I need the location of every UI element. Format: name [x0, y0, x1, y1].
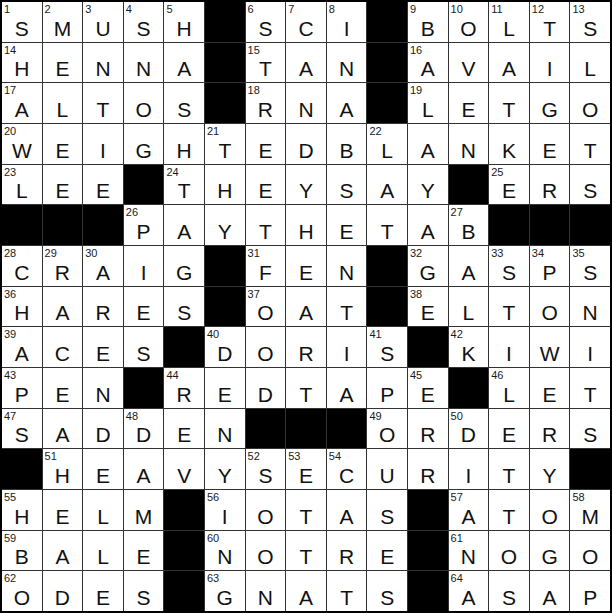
grid-cell[interactable]: E — [246, 165, 286, 205]
grid-cell[interactable]: 48D — [124, 409, 164, 449]
grid-cell[interactable]: I — [124, 246, 164, 286]
grid-cell[interactable]: 60N — [205, 531, 245, 571]
cell-letter: E — [43, 506, 83, 527]
cell-letter: O — [246, 343, 286, 364]
grid-cell[interactable]: S — [367, 571, 407, 611]
grid-cell[interactable]: 11L — [489, 2, 529, 42]
grid-cell[interactable]: I — [83, 124, 123, 164]
grid-cell[interactable]: I — [327, 327, 367, 367]
grid-cell[interactable]: S — [124, 571, 164, 611]
cell-letter: A — [2, 343, 42, 364]
clue-number: 35 — [572, 247, 584, 259]
cell-letter: H — [164, 18, 204, 39]
cell-letter: S — [2, 424, 42, 445]
grid-cell[interactable]: 2M — [43, 2, 83, 42]
grid-cell[interactable]: 9B — [408, 2, 448, 42]
grid-cell[interactable]: 29R — [43, 246, 83, 286]
clue-number: 57 — [451, 491, 463, 503]
black-cell — [530, 205, 570, 245]
grid-cell[interactable]: R — [327, 531, 367, 571]
grid-cell[interactable]: A — [367, 165, 407, 205]
grid-cell[interactable]: T — [246, 205, 286, 245]
cell-letter: T — [286, 384, 326, 405]
grid-cell[interactable]: A — [286, 287, 326, 327]
cell-letter: A — [164, 58, 204, 79]
grid-cell[interactable]: N — [570, 287, 610, 327]
grid-cell[interactable]: A — [124, 449, 164, 489]
cell-letter: O — [246, 506, 286, 527]
grid-cell[interactable]: 51H — [43, 449, 83, 489]
black-cell — [408, 571, 448, 611]
cell-letter: A — [449, 506, 489, 527]
grid-cell[interactable]: E — [530, 124, 570, 164]
grid-cell[interactable]: E — [43, 124, 83, 164]
grid-cell[interactable]: A — [286, 571, 326, 611]
grid-cell[interactable]: 26P — [124, 205, 164, 245]
grid-cell[interactable]: S — [570, 165, 610, 205]
cell-letter: H — [2, 506, 42, 527]
grid-cell[interactable]: T — [570, 368, 610, 408]
grid-cell[interactable]: T — [327, 571, 367, 611]
cell-letter: S — [367, 506, 407, 527]
cell-letter: Y — [205, 221, 245, 242]
grid-cell[interactable]: 8I — [327, 2, 367, 42]
cell-letter: T — [327, 302, 367, 323]
clue-number: 13 — [572, 3, 584, 15]
cell-letter: D — [246, 384, 286, 405]
cell-letter: T — [164, 180, 204, 201]
cell-letter: E — [489, 424, 529, 445]
grid-cell[interactable]: E — [286, 246, 326, 286]
cell-letter: L — [449, 302, 489, 323]
grid-cell[interactable]: 17A — [2, 83, 42, 123]
cell-letter: R — [286, 343, 326, 364]
grid-cell[interactable]: T — [286, 531, 326, 571]
grid-cell[interactable]: 47S — [2, 409, 42, 449]
cell-letter: C — [286, 18, 326, 39]
grid-cell[interactable]: 5H — [164, 2, 204, 42]
cell-letter: T — [286, 546, 326, 567]
grid-cell[interactable]: 32G — [408, 246, 448, 286]
clue-number: 21 — [207, 125, 219, 137]
grid-cell[interactable]: O — [570, 83, 610, 123]
grid-cell[interactable]: A — [43, 287, 83, 327]
grid-cell[interactable]: L — [83, 531, 123, 571]
grid-cell[interactable]: K — [489, 124, 529, 164]
cell-letter: E — [530, 140, 570, 161]
grid-cell[interactable]: 42K — [449, 327, 489, 367]
grid-cell[interactable]: 52S — [246, 449, 286, 489]
grid-cell[interactable]: 45E — [408, 368, 448, 408]
cell-letter: D — [449, 424, 489, 445]
grid-cell[interactable]: G — [124, 124, 164, 164]
clue-number: 48 — [126, 410, 138, 422]
grid-cell[interactable]: T — [83, 83, 123, 123]
grid-cell[interactable]: 7C — [286, 2, 326, 42]
clue-number: 32 — [410, 247, 422, 259]
grid-cell[interactable]: H — [205, 165, 245, 205]
grid-cell[interactable]: V — [449, 43, 489, 83]
clue-number: 8 — [329, 3, 335, 15]
grid-cell[interactable]: R — [408, 449, 448, 489]
grid-cell[interactable]: 39A — [2, 327, 42, 367]
grid-cell[interactable]: 25E — [489, 165, 529, 205]
grid-cell[interactable]: H — [164, 124, 204, 164]
cell-letter: S — [489, 262, 529, 283]
cell-letter: T — [246, 221, 286, 242]
grid-cell[interactable]: D — [286, 124, 326, 164]
grid-cell[interactable]: A — [43, 409, 83, 449]
clue-number: 59 — [4, 532, 16, 544]
cell-letter: E — [286, 262, 326, 283]
grid-cell[interactable]: E — [124, 531, 164, 571]
cell-letter: C — [327, 465, 367, 486]
clue-number: 12 — [532, 3, 544, 15]
grid-cell[interactable]: 31F — [246, 246, 286, 286]
grid-cell[interactable]: Y — [205, 449, 245, 489]
black-cell — [2, 449, 42, 489]
grid-cell[interactable]: E — [449, 83, 489, 123]
cell-letter: S — [246, 465, 286, 486]
grid-cell[interactable]: N — [205, 409, 245, 449]
grid-cell[interactable]: N — [83, 43, 123, 83]
grid-cell[interactable]: 12T — [530, 2, 570, 42]
grid-cell[interactable]: E — [83, 571, 123, 611]
grid-cell[interactable]: T — [489, 490, 529, 530]
grid-cell[interactable]: R — [530, 409, 570, 449]
grid-cell[interactable]: 15T — [246, 43, 286, 83]
grid-cell[interactable]: S — [367, 490, 407, 530]
clue-number: 60 — [207, 532, 219, 544]
grid-cell[interactable]: E — [164, 409, 204, 449]
grid-cell[interactable]: 3U — [83, 2, 123, 42]
grid-cell[interactable]: Y — [286, 165, 326, 205]
grid-cell[interactable]: S — [570, 409, 610, 449]
grid-cell[interactable]: S — [164, 287, 204, 327]
grid-cell[interactable]: 61N — [449, 531, 489, 571]
grid-cell[interactable]: 24T — [164, 165, 204, 205]
grid-cell[interactable]: 35S — [570, 246, 610, 286]
grid-cell[interactable]: A — [530, 571, 570, 611]
grid-cell[interactable]: 59B — [2, 531, 42, 571]
cell-letter: O — [246, 302, 286, 323]
cell-letter: S — [164, 302, 204, 323]
grid-cell[interactable]: T — [489, 83, 529, 123]
grid-cell[interactable]: 18R — [246, 83, 286, 123]
grid-cell[interactable]: A — [489, 43, 529, 83]
cell-letter: N — [83, 58, 123, 79]
cell-letter: S — [367, 343, 407, 364]
grid-cell[interactable]: E — [83, 165, 123, 205]
cell-letter: L — [570, 58, 610, 79]
grid-cell[interactable]: T — [489, 449, 529, 489]
grid-cell[interactable]: T — [327, 287, 367, 327]
cell-letter: M — [43, 18, 83, 39]
grid-cell[interactable]: 1S — [2, 2, 42, 42]
cell-letter: A — [286, 58, 326, 79]
grid-cell[interactable]: S — [489, 571, 529, 611]
grid-cell[interactable]: A — [327, 490, 367, 530]
grid-cell[interactable]: D — [43, 571, 83, 611]
grid-cell[interactable]: 16A — [408, 43, 448, 83]
cell-letter: G — [164, 262, 204, 283]
grid-cell[interactable]: A — [164, 205, 204, 245]
black-cell — [367, 287, 407, 327]
grid-cell[interactable]: A — [327, 368, 367, 408]
grid-cell[interactable]: E — [124, 287, 164, 327]
black-cell — [164, 327, 204, 367]
grid-cell[interactable]: 20W — [2, 124, 42, 164]
grid-cell[interactable]: M — [124, 490, 164, 530]
cell-letter: E — [449, 99, 489, 120]
grid-cell[interactable]: 19L — [408, 83, 448, 123]
grid-cell[interactable]: O — [246, 327, 286, 367]
cell-letter: R — [43, 262, 83, 283]
grid-cell[interactable]: 23L — [2, 165, 42, 205]
grid-cell[interactable]: 58M — [570, 490, 610, 530]
clue-number: 43 — [4, 369, 16, 381]
grid-cell[interactable]: A — [164, 43, 204, 83]
black-cell — [164, 571, 204, 611]
grid-cell[interactable]: 49O — [367, 409, 407, 449]
grid-cell[interactable]: T — [570, 124, 610, 164]
grid-cell[interactable]: D — [83, 409, 123, 449]
grid-cell[interactable]: S — [124, 327, 164, 367]
grid-cell[interactable]: 46L — [489, 368, 529, 408]
cell-letter: T — [327, 587, 367, 608]
grid-cell[interactable]: 21T — [205, 124, 245, 164]
cell-letter: I — [205, 506, 245, 527]
clue-number: 55 — [4, 491, 16, 503]
cell-letter: L — [43, 99, 83, 120]
grid-cell[interactable]: 53E — [286, 449, 326, 489]
grid-cell[interactable]: I — [530, 43, 570, 83]
grid-cell[interactable]: 54C — [327, 449, 367, 489]
grid-cell[interactable]: N — [246, 571, 286, 611]
cell-letter: W — [2, 140, 42, 161]
grid-cell[interactable]: L — [83, 490, 123, 530]
cell-letter: R — [530, 424, 570, 445]
clue-number: 61 — [451, 532, 463, 544]
cell-letter: N — [327, 262, 367, 283]
black-cell — [43, 205, 83, 245]
grid-cell[interactable]: 28C — [2, 246, 42, 286]
grid-cell[interactable]: A — [408, 124, 448, 164]
cell-letter: D — [124, 424, 164, 445]
grid-cell[interactable]: 10O — [449, 2, 489, 42]
cell-letter: N — [449, 546, 489, 567]
cell-letter: A — [286, 302, 326, 323]
grid-cell[interactable]: R — [408, 409, 448, 449]
grid-cell[interactable]: G — [530, 83, 570, 123]
cell-letter: H — [2, 302, 42, 323]
grid-cell[interactable]: 6S — [246, 2, 286, 42]
grid-cell[interactable]: O — [530, 287, 570, 327]
grid-cell[interactable]: A — [408, 205, 448, 245]
grid-cell[interactable]: E — [43, 43, 83, 83]
grid-cell[interactable]: O — [489, 531, 529, 571]
grid-cell[interactable]: O — [246, 531, 286, 571]
grid-cell[interactable]: G — [164, 246, 204, 286]
grid-cell[interactable]: A — [286, 43, 326, 83]
grid-cell[interactable]: 27B — [449, 205, 489, 245]
grid-cell[interactable]: V — [164, 449, 204, 489]
grid-cell[interactable]: N — [327, 246, 367, 286]
cell-letter: W — [530, 343, 570, 364]
cell-letter: E — [43, 58, 83, 79]
grid-cell[interactable]: O — [246, 490, 286, 530]
grid-cell[interactable]: 50D — [449, 409, 489, 449]
grid-cell[interactable]: E — [327, 205, 367, 245]
cell-letter: O — [570, 546, 610, 567]
cell-letter: V — [449, 58, 489, 79]
cell-letter: T — [83, 99, 123, 120]
grid-cell[interactable]: E — [205, 368, 245, 408]
cell-letter: A — [327, 99, 367, 120]
grid-cell[interactable]: A — [43, 531, 83, 571]
cell-letter: I — [327, 18, 367, 39]
grid-cell[interactable]: I — [489, 327, 529, 367]
grid-cell[interactable]: T — [489, 287, 529, 327]
grid-cell[interactable]: S — [164, 83, 204, 123]
cell-letter: B — [327, 140, 367, 161]
grid-cell[interactable]: E — [43, 490, 83, 530]
cell-letter: A — [327, 506, 367, 527]
grid-cell[interactable]: B — [327, 124, 367, 164]
grid-cell[interactable]: 40D — [205, 327, 245, 367]
grid-cell[interactable]: E — [530, 368, 570, 408]
clue-number: 63 — [207, 572, 219, 584]
grid-cell[interactable]: 63G — [205, 571, 245, 611]
grid-cell[interactable]: N — [449, 124, 489, 164]
cell-letter: T — [489, 302, 529, 323]
grid-cell[interactable]: R — [530, 165, 570, 205]
cell-letter: S — [327, 180, 367, 201]
grid-cell[interactable]: T — [367, 205, 407, 245]
grid-cell[interactable]: O — [124, 83, 164, 123]
grid-cell[interactable]: 37O — [246, 287, 286, 327]
grid-cell[interactable]: 33S — [489, 246, 529, 286]
clue-number: 33 — [491, 247, 503, 259]
grid-cell[interactable]: E — [43, 368, 83, 408]
cell-letter: A — [164, 221, 204, 242]
clue-number: 41 — [369, 328, 381, 340]
grid-cell[interactable]: H — [286, 205, 326, 245]
grid-cell[interactable]: 30A — [83, 246, 123, 286]
grid-cell[interactable]: D — [246, 368, 286, 408]
grid-cell[interactable]: 13S — [570, 2, 610, 42]
grid-cell[interactable]: Y — [205, 205, 245, 245]
grid-cell[interactable]: P — [367, 368, 407, 408]
grid-cell[interactable]: T — [286, 368, 326, 408]
cell-letter: V — [164, 465, 204, 486]
grid-cell[interactable]: 44R — [164, 368, 204, 408]
grid-cell[interactable]: Y — [530, 449, 570, 489]
cell-letter: G — [530, 546, 570, 567]
grid-cell[interactable]: 55H — [2, 490, 42, 530]
cell-letter: T — [205, 140, 245, 161]
cell-letter: I — [83, 140, 123, 161]
cell-letter: O — [530, 506, 570, 527]
grid-cell[interactable]: 56I — [205, 490, 245, 530]
grid-cell[interactable]: I — [449, 449, 489, 489]
grid-cell[interactable]: P — [570, 571, 610, 611]
grid-cell[interactable]: N — [83, 368, 123, 408]
grid-cell[interactable]: E — [43, 165, 83, 205]
grid-cell[interactable]: 57A — [449, 490, 489, 530]
grid-cell[interactable]: 62O — [2, 571, 42, 611]
grid-cell[interactable]: C — [43, 327, 83, 367]
grid-cell[interactable]: T — [286, 490, 326, 530]
clue-number: 38 — [410, 288, 422, 300]
grid-cell[interactable]: N — [327, 43, 367, 83]
grid-cell[interactable]: N — [286, 83, 326, 123]
grid-cell[interactable]: O — [570, 531, 610, 571]
grid-cell[interactable]: E — [246, 124, 286, 164]
grid-cell[interactable]: A — [449, 246, 489, 286]
cell-letter: A — [530, 587, 570, 608]
grid-cell[interactable]: U — [367, 449, 407, 489]
cell-letter: A — [449, 262, 489, 283]
cell-letter: O — [124, 99, 164, 120]
grid-cell[interactable]: O — [530, 490, 570, 530]
grid-cell[interactable]: E — [83, 327, 123, 367]
cell-letter: T — [489, 99, 529, 120]
cell-letter: E — [124, 302, 164, 323]
cell-letter: R — [408, 465, 448, 486]
grid-cell[interactable]: 14H — [2, 43, 42, 83]
grid-cell[interactable]: N — [124, 43, 164, 83]
grid-cell[interactable]: 36H — [2, 287, 42, 327]
grid-cell[interactable]: A — [327, 83, 367, 123]
grid-cell[interactable]: 43P — [2, 368, 42, 408]
clue-number: 25 — [491, 166, 503, 178]
grid-cell[interactable]: G — [530, 531, 570, 571]
grid-cell[interactable]: 38E — [408, 287, 448, 327]
cell-letter: N — [286, 99, 326, 120]
grid-cell[interactable]: 41S — [367, 327, 407, 367]
clue-number: 30 — [85, 247, 97, 259]
grid-cell[interactable]: S — [327, 165, 367, 205]
cell-letter: I — [489, 343, 529, 364]
grid-cell[interactable]: E — [83, 449, 123, 489]
grid-cell[interactable]: L — [570, 43, 610, 83]
cell-letter: E — [43, 384, 83, 405]
grid-cell[interactable]: 64A — [449, 571, 489, 611]
grid-cell[interactable]: W — [530, 327, 570, 367]
cell-letter: P — [570, 587, 610, 608]
grid-cell[interactable]: L — [43, 83, 83, 123]
grid-cell[interactable]: R — [83, 287, 123, 327]
cell-letter: E — [327, 221, 367, 242]
cell-letter: E — [367, 546, 407, 567]
cell-letter: I — [449, 465, 489, 486]
grid-cell[interactable]: Y — [408, 165, 448, 205]
grid-cell[interactable]: 22L — [367, 124, 407, 164]
grid-cell[interactable]: R — [286, 327, 326, 367]
grid-cell[interactable]: E — [367, 531, 407, 571]
grid-cell[interactable]: I — [570, 327, 610, 367]
grid-cell[interactable]: 4S — [124, 2, 164, 42]
grid-cell[interactable]: E — [489, 409, 529, 449]
cell-letter: U — [83, 18, 123, 39]
grid-cell[interactable]: L — [449, 287, 489, 327]
black-cell — [124, 165, 164, 205]
grid-cell[interactable]: 34P — [530, 246, 570, 286]
black-cell — [449, 368, 489, 408]
cell-letter: H — [2, 58, 42, 79]
cell-letter: M — [570, 506, 610, 527]
